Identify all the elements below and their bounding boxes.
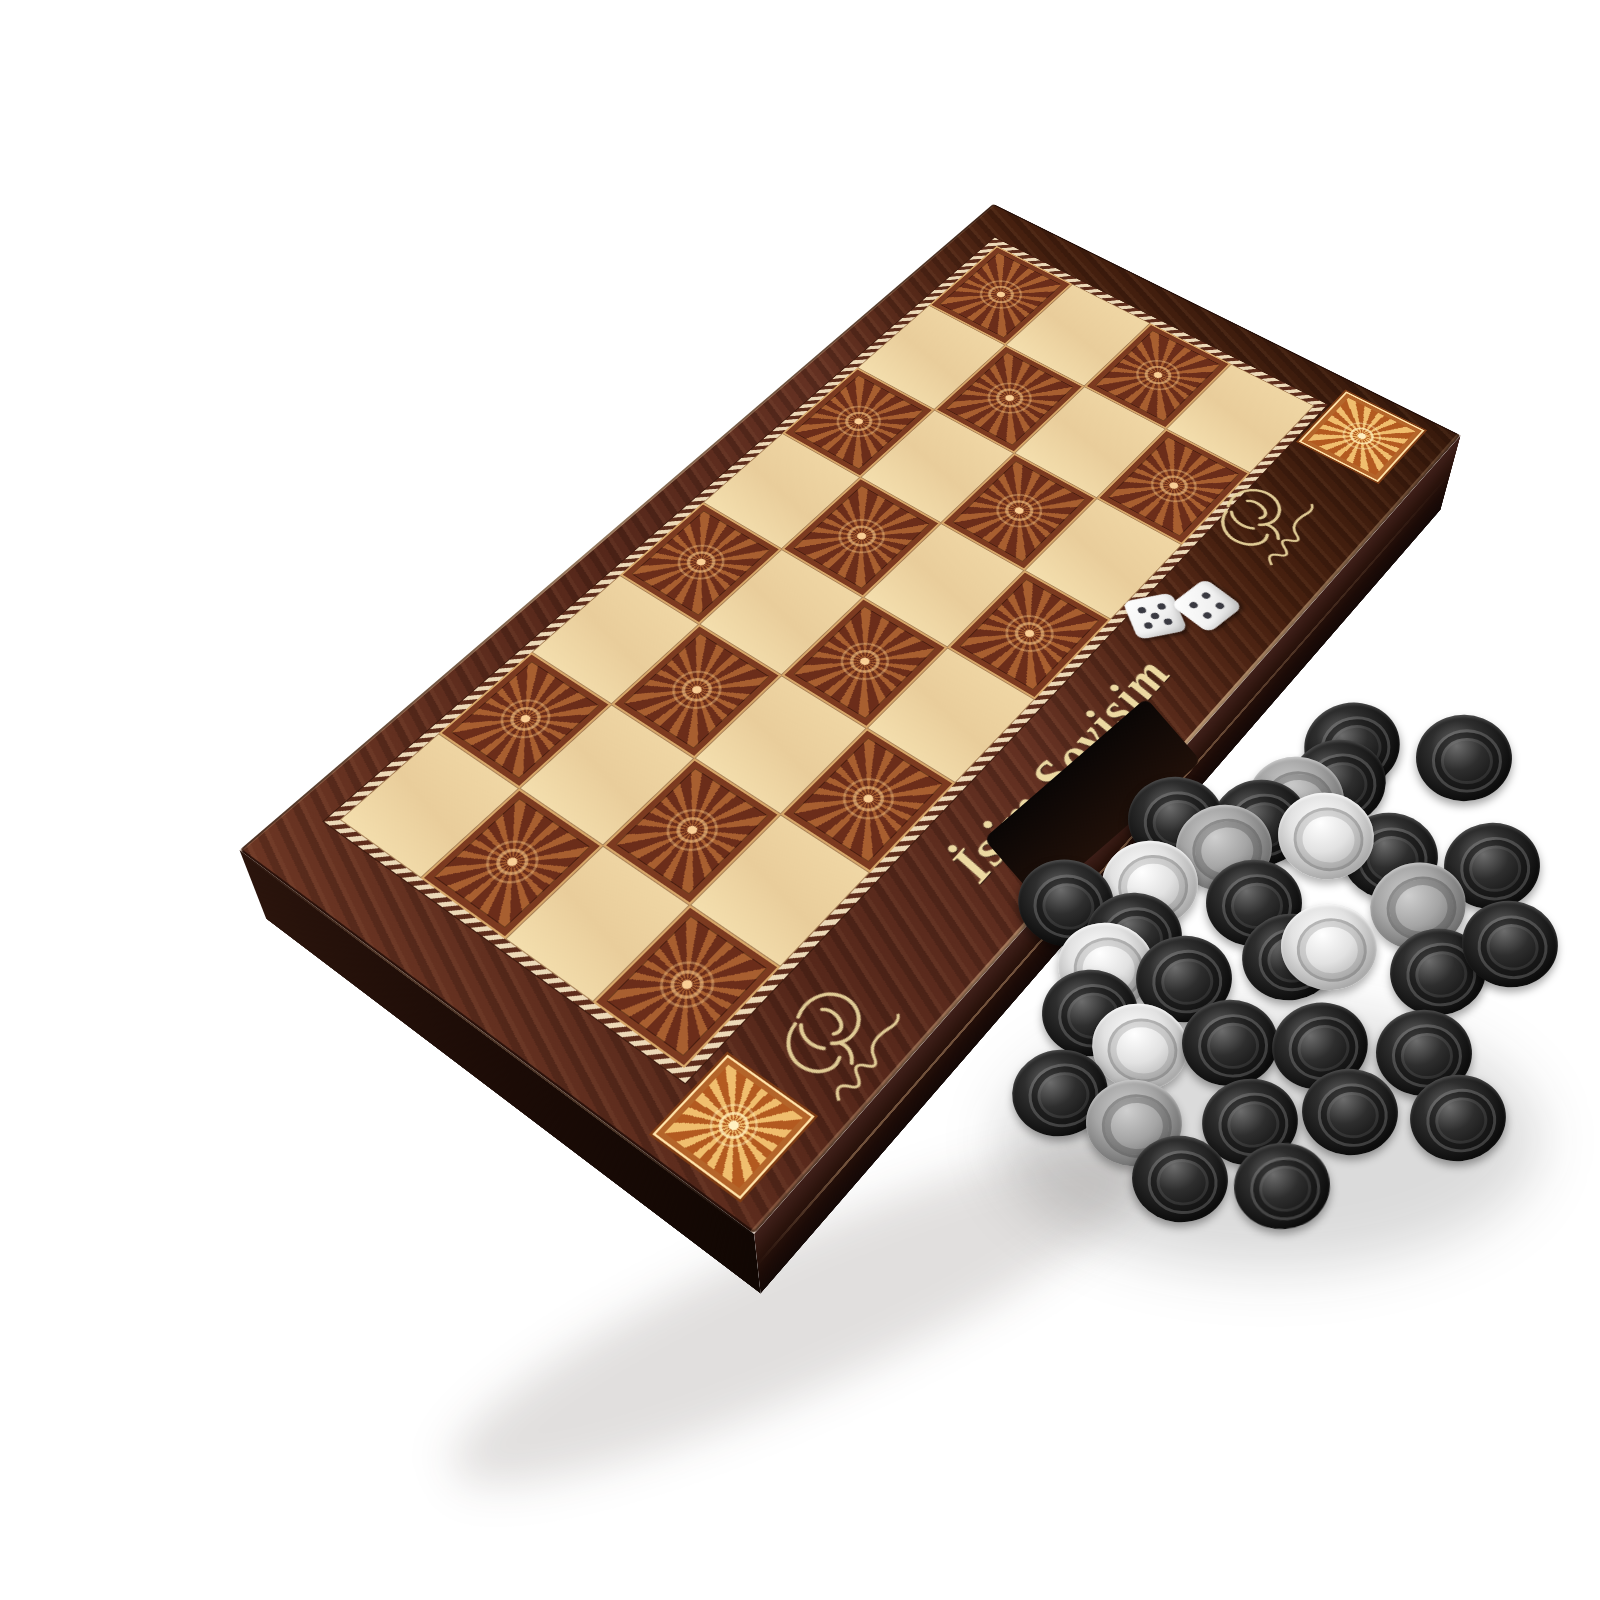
checker-groove-ring	[1432, 729, 1502, 793]
die-pip	[1163, 618, 1174, 626]
die-pip	[1156, 603, 1166, 611]
checker-groove-ring	[1144, 1147, 1220, 1218]
checker-groove-ring	[1248, 1155, 1322, 1222]
ataturk-signature	[1261, 504, 1326, 567]
die-pip	[1202, 611, 1214, 620]
product-photo-scene: İsim Soyisim	[0, 0, 1600, 1600]
checker-groove-ring	[1458, 835, 1532, 902]
checker-groove-ring	[1474, 911, 1551, 983]
die-pip	[1150, 612, 1160, 620]
checker-groove-ring	[1295, 916, 1369, 983]
die-pip	[1200, 591, 1212, 600]
checker-groove-ring	[1424, 1086, 1500, 1156]
checker-groove-ring	[1103, 1013, 1182, 1087]
die-pip	[1137, 606, 1147, 614]
die-pip	[1143, 622, 1153, 630]
black-checker[interactable]	[1415, 714, 1512, 802]
die-pip	[1188, 601, 1200, 610]
checker-groove-ring	[1315, 1081, 1390, 1150]
checker-groove-ring	[1198, 1014, 1268, 1078]
checker-groove-ring	[1289, 803, 1367, 876]
die-pip	[1214, 601, 1226, 610]
